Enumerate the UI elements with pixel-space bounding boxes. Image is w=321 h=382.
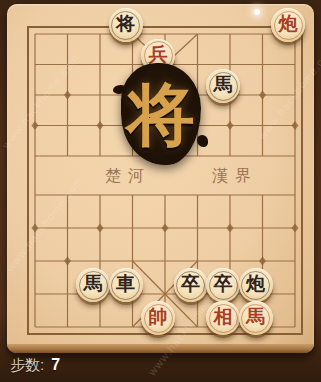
step-counter-label: 步数:: [10, 356, 44, 373]
piece-glyph: 車: [116, 271, 135, 297]
step-counter-value: 7: [51, 356, 60, 373]
piece-glyph: 馬: [214, 72, 233, 98]
river-label-han: 漢界: [203, 166, 267, 187]
step-counter: 步数:7: [10, 356, 60, 375]
piece-black-卒[interactable]: 卒: [174, 268, 208, 302]
piece-black-馬[interactable]: 馬: [206, 69, 240, 103]
piece-glyph: 帥: [149, 304, 168, 330]
piece-glyph: 卒: [181, 271, 200, 297]
check-glyph: 将: [127, 80, 195, 148]
piece-black-将[interactable]: 将: [109, 8, 143, 42]
sparkle-particle: [254, 9, 260, 15]
piece-red-馬[interactable]: 馬: [239, 301, 273, 335]
piece-black-車[interactable]: 車: [109, 268, 143, 302]
piece-red-炮[interactable]: 炮: [271, 8, 305, 42]
piece-glyph: 相: [214, 304, 233, 330]
piece-red-帥[interactable]: 帥: [141, 301, 175, 335]
check-announcement-overlay: 将: [121, 63, 201, 165]
piece-glyph: 馬: [84, 271, 103, 297]
river-label-chu: 楚河: [96, 166, 160, 187]
game-screen: 楚河 漢界 将炮兵馬馬車卒卒炮帥相馬 将 www.hackhome.com ww…: [0, 0, 321, 382]
piece-red-相[interactable]: 相: [206, 301, 240, 335]
piece-glyph: 馬: [246, 304, 265, 330]
piece-glyph: 炮: [279, 11, 298, 37]
piece-glyph: 炮: [246, 271, 265, 297]
piece-black-炮[interactable]: 炮: [239, 268, 273, 302]
piece-glyph: 将: [116, 11, 135, 37]
piece-black-馬[interactable]: 馬: [76, 268, 110, 302]
piece-glyph: 卒: [214, 271, 233, 297]
piece-black-卒[interactable]: 卒: [206, 268, 240, 302]
